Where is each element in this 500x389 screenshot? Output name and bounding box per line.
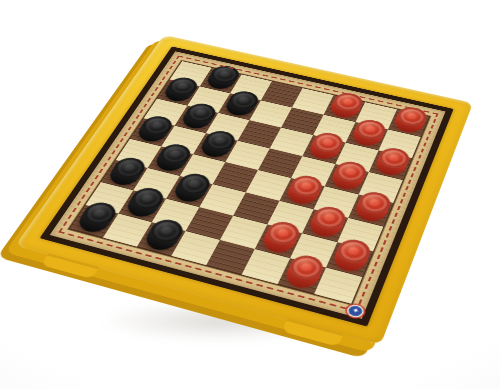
checkers-board — [70, 61, 430, 304]
estrela-star-logo: ✦ — [347, 305, 364, 318]
product-photo-scene: ✦ — [0, 0, 500, 389]
board-panel: ✦ — [40, 46, 454, 326]
tray-foot-left — [41, 253, 99, 279]
